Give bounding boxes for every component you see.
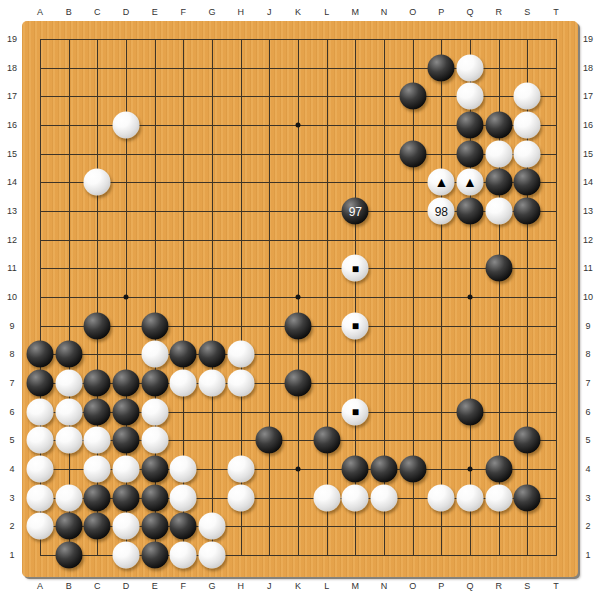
coord-top-E: E: [152, 7, 158, 17]
coord-right-3: 3: [585, 493, 590, 503]
coord-right-18: 18: [583, 63, 593, 73]
stone-black-C6[interactable]: [84, 398, 111, 425]
stone-black-Q13[interactable]: [457, 198, 484, 225]
coord-left-13: 13: [7, 206, 17, 216]
grid-line: [556, 39, 557, 556]
stone-black-D7[interactable]: [113, 370, 140, 397]
stone-white-P13[interactable]: 98: [428, 198, 455, 225]
stone-black-E3[interactable]: [141, 484, 168, 511]
coord-left-6: 6: [9, 407, 14, 417]
stone-black-C3[interactable]: [84, 484, 111, 511]
coord-bottom-J: J: [267, 581, 272, 591]
stone-black-E9[interactable]: [141, 312, 168, 339]
stone-black-E7[interactable]: [141, 370, 168, 397]
coord-top-R: R: [495, 7, 502, 17]
coord-left-14: 14: [7, 177, 17, 187]
stone-black-C2[interactable]: [84, 513, 111, 540]
coord-top-M: M: [352, 7, 360, 17]
coord-bottom-F: F: [181, 581, 187, 591]
stone-white-C5[interactable]: [84, 427, 111, 454]
stone-white-R3[interactable]: [485, 484, 512, 511]
coord-top-B: B: [66, 7, 72, 17]
coord-top-C: C: [94, 7, 101, 17]
stone-white-M11[interactable]: ■: [342, 255, 369, 282]
coord-right-15: 15: [583, 149, 593, 159]
coord-top-L: L: [324, 7, 329, 17]
stone-white-F4[interactable]: [170, 456, 197, 483]
coord-left-5: 5: [9, 435, 14, 445]
stone-black-R16[interactable]: [485, 112, 512, 139]
stone-black-O15[interactable]: [399, 140, 426, 167]
coord-bottom-C: C: [94, 581, 101, 591]
coord-right-14: 14: [583, 177, 593, 187]
stone-black-R14[interactable]: [485, 169, 512, 196]
stone-white-R15[interactable]: [485, 140, 512, 167]
stone-white-P14[interactable]: ▲: [428, 169, 455, 196]
grid-line: [327, 39, 328, 556]
stone-black-A7[interactable]: [27, 370, 54, 397]
stone-white-S17[interactable]: [514, 83, 541, 110]
stone-black-O17[interactable]: [399, 83, 426, 110]
stone-white-H4[interactable]: [227, 456, 254, 483]
coord-bottom-N: N: [381, 581, 388, 591]
stone-black-R4[interactable]: [485, 456, 512, 483]
coord-top-A: A: [37, 7, 43, 17]
coord-right-11: 11: [583, 263, 592, 273]
coord-bottom-H: H: [237, 581, 244, 591]
coord-bottom-E: E: [152, 581, 158, 591]
stone-white-C14[interactable]: [84, 169, 111, 196]
stone-black-B1[interactable]: [55, 542, 82, 569]
stone-black-Q15[interactable]: [457, 140, 484, 167]
grid-line: [40, 354, 557, 355]
stone-black-D5[interactable]: [113, 427, 140, 454]
coord-top-H: H: [237, 7, 244, 17]
coord-right-1: 1: [585, 550, 590, 560]
coord-left-9: 9: [9, 321, 14, 331]
stone-white-S15[interactable]: [514, 140, 541, 167]
stone-white-F1[interactable]: [170, 542, 197, 569]
stone-white-L3[interactable]: [313, 484, 340, 511]
coord-top-K: K: [295, 7, 301, 17]
coord-left-7: 7: [9, 378, 14, 388]
page-background: ▲▲9798■■■ AABBCCDDEEFFGGHHJJKKLLMMNNOOPP…: [0, 0, 600, 600]
stone-white-B3[interactable]: [55, 484, 82, 511]
stone-white-B6[interactable]: [55, 398, 82, 425]
stone-white-M9[interactable]: ■: [342, 312, 369, 339]
stone-white-E5[interactable]: [141, 427, 168, 454]
coord-bottom-O: O: [409, 581, 416, 591]
coord-right-16: 16: [583, 120, 593, 130]
square-mark-icon: ■: [352, 320, 359, 332]
move-number-label-98: 98: [435, 205, 448, 217]
coord-right-6: 6: [585, 407, 590, 417]
stone-black-M13[interactable]: 97: [342, 198, 369, 225]
stone-white-A3[interactable]: [27, 484, 54, 511]
stone-black-G8[interactable]: [199, 341, 226, 368]
stone-white-S16[interactable]: [514, 112, 541, 139]
coord-left-2: 2: [9, 521, 14, 531]
coord-right-4: 4: [585, 464, 590, 474]
stone-black-S5[interactable]: [514, 427, 541, 454]
stone-white-E8[interactable]: [141, 341, 168, 368]
coord-bottom-M: M: [352, 581, 360, 591]
stone-black-A8[interactable]: [27, 341, 54, 368]
stone-white-A2[interactable]: [27, 513, 54, 540]
coord-left-1: 1: [9, 550, 14, 560]
coord-bottom-R: R: [495, 581, 502, 591]
coord-left-17: 17: [7, 91, 17, 101]
stone-white-F3[interactable]: [170, 484, 197, 511]
stone-white-D4[interactable]: [113, 456, 140, 483]
stone-black-Q16[interactable]: [457, 112, 484, 139]
coord-left-15: 15: [7, 149, 17, 159]
coord-top-O: O: [409, 7, 416, 17]
coord-top-Q: Q: [466, 7, 473, 17]
stone-white-A4[interactable]: [27, 456, 54, 483]
coord-left-19: 19: [7, 34, 17, 44]
coord-top-T: T: [553, 7, 559, 17]
coord-right-12: 12: [583, 235, 593, 245]
coord-right-7: 7: [585, 378, 590, 388]
coord-left-10: 10: [7, 292, 17, 302]
stone-black-B8[interactable]: [55, 341, 82, 368]
stone-white-Q14[interactable]: ▲: [457, 169, 484, 196]
stone-white-F7[interactable]: [170, 370, 197, 397]
coord-right-19: 19: [583, 34, 593, 44]
stone-white-N3[interactable]: [371, 484, 398, 511]
stone-white-E6[interactable]: [141, 398, 168, 425]
coord-bottom-S: S: [524, 581, 530, 591]
stone-white-G1[interactable]: [199, 542, 226, 569]
coord-right-17: 17: [583, 91, 593, 101]
square-mark-icon: ■: [352, 406, 359, 418]
coord-right-5: 5: [585, 435, 590, 445]
stone-black-S3[interactable]: [514, 484, 541, 511]
coord-right-13: 13: [583, 206, 593, 216]
stone-white-M3[interactable]: [342, 484, 369, 511]
coord-bottom-B: B: [66, 581, 72, 591]
stone-black-S14[interactable]: [514, 169, 541, 196]
stone-black-D3[interactable]: [113, 484, 140, 511]
stone-black-E4[interactable]: [141, 456, 168, 483]
stone-white-C4[interactable]: [84, 456, 111, 483]
star-point-K16: [296, 123, 301, 128]
coord-bottom-A: A: [37, 581, 43, 591]
triangle-mark-icon: ▲: [463, 175, 477, 189]
coord-top-N: N: [381, 7, 388, 17]
coord-bottom-T: T: [553, 581, 559, 591]
coord-right-10: 10: [583, 292, 593, 302]
coord-bottom-K: K: [295, 581, 301, 591]
stone-white-D1[interactable]: [113, 542, 140, 569]
stone-white-P3[interactable]: [428, 484, 455, 511]
coord-bottom-Q: Q: [466, 581, 473, 591]
coord-left-16: 16: [7, 120, 17, 130]
stone-black-P18[interactable]: [428, 54, 455, 81]
grid-line: [441, 39, 442, 556]
stone-black-Q6[interactable]: [457, 398, 484, 425]
stone-black-O4[interactable]: [399, 456, 426, 483]
stone-white-H3[interactable]: [227, 484, 254, 511]
stone-black-F8[interactable]: [170, 341, 197, 368]
triangle-mark-icon: ▲: [434, 175, 448, 189]
coord-top-G: G: [208, 7, 215, 17]
stone-white-H8[interactable]: [227, 341, 254, 368]
star-point-Q4: [468, 467, 473, 472]
coord-top-D: D: [123, 7, 130, 17]
coord-top-J: J: [267, 7, 272, 17]
stone-black-J5[interactable]: [256, 427, 283, 454]
stone-white-M6[interactable]: ■: [342, 398, 369, 425]
stone-black-R11[interactable]: [485, 255, 512, 282]
coord-bottom-L: L: [324, 581, 329, 591]
star-point-K10: [296, 295, 301, 300]
stone-white-B5[interactable]: [55, 427, 82, 454]
coord-bottom-P: P: [438, 581, 444, 591]
stone-white-B7[interactable]: [55, 370, 82, 397]
stone-white-H7[interactable]: [227, 370, 254, 397]
stone-black-M4[interactable]: [342, 456, 369, 483]
stone-black-C9[interactable]: [84, 312, 111, 339]
stone-black-K9[interactable]: [285, 312, 312, 339]
coord-left-8: 8: [9, 349, 14, 359]
coord-right-2: 2: [585, 521, 590, 531]
stone-white-G2[interactable]: [199, 513, 226, 540]
stone-black-S13[interactable]: [514, 198, 541, 225]
stone-white-Q18[interactable]: [457, 54, 484, 81]
stone-white-A6[interactable]: [27, 398, 54, 425]
coord-left-11: 11: [7, 263, 16, 273]
stone-black-B2[interactable]: [55, 513, 82, 540]
stone-black-D6[interactable]: [113, 398, 140, 425]
star-point-D10: [124, 295, 129, 300]
stone-white-A5[interactable]: [27, 427, 54, 454]
coord-left-4: 4: [9, 464, 14, 474]
coord-right-9: 9: [585, 321, 590, 331]
coord-top-S: S: [524, 7, 530, 17]
move-number-label-97: 97: [349, 205, 362, 217]
stone-white-R13[interactable]: [485, 198, 512, 225]
coord-top-F: F: [181, 7, 187, 17]
go-board[interactable]: ▲▲9798■■■: [22, 21, 578, 577]
stone-black-K7[interactable]: [285, 370, 312, 397]
star-point-Q10: [468, 295, 473, 300]
stone-white-D16[interactable]: [113, 112, 140, 139]
coord-right-8: 8: [585, 349, 590, 359]
coord-left-18: 18: [7, 63, 17, 73]
stone-black-E2[interactable]: [141, 513, 168, 540]
coord-bottom-D: D: [123, 581, 130, 591]
stone-black-N4[interactable]: [371, 456, 398, 483]
stone-black-E1[interactable]: [141, 542, 168, 569]
stone-white-Q3[interactable]: [457, 484, 484, 511]
stone-black-F2[interactable]: [170, 513, 197, 540]
stone-white-G7[interactable]: [199, 370, 226, 397]
star-point-K4: [296, 467, 301, 472]
stone-black-L5[interactable]: [313, 427, 340, 454]
coord-left-12: 12: [7, 235, 17, 245]
stone-white-Q17[interactable]: [457, 83, 484, 110]
coord-top-P: P: [438, 7, 444, 17]
square-mark-icon: ■: [352, 262, 359, 274]
stone-black-C7[interactable]: [84, 370, 111, 397]
coord-bottom-G: G: [208, 581, 215, 591]
stone-white-D2[interactable]: [113, 513, 140, 540]
coord-left-3: 3: [9, 493, 14, 503]
